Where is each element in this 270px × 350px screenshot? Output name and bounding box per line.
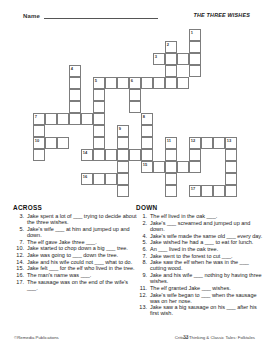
grid-cell[interactable]: 17 — [189, 185, 201, 197]
grid-cell[interactable] — [81, 113, 93, 125]
grid-cell[interactable]: 14 — [81, 149, 93, 161]
grid-cell[interactable] — [201, 137, 213, 149]
clue-item-number: 3. — [13, 213, 24, 225]
clue-item-number: 14. — [13, 259, 24, 265]
clue-item-text: Jake wished he had a ___ to eat for lunc… — [150, 239, 264, 245]
clue-item-text: Jake spent a lot of ___ trying to decide… — [27, 213, 137, 225]
clue-item-number: 2. — [136, 220, 147, 232]
grid-cell[interactable] — [141, 149, 153, 161]
grid-cell[interactable] — [93, 137, 105, 149]
clue-item-text: Jake and his wife could not ___ what to … — [27, 259, 137, 265]
name-label: Name — [23, 13, 40, 19]
across-clue-list: 3.Jake spent a lot of ___ trying to deci… — [13, 213, 137, 291]
grid-cell[interactable] — [165, 53, 177, 65]
grid-cell-number: 9 — [119, 126, 121, 131]
clue-item-text: Jake's ___ screamed and jumped up and do… — [150, 220, 264, 232]
down-clues-section: DOWN 1.The elf lived in the oak ___.2.Ja… — [136, 205, 264, 317]
clue-item-text: The sausage was on the end of the wife's… — [27, 279, 137, 291]
grid-cell[interactable] — [117, 161, 129, 173]
clue-item-text: The elf lived in the oak ___. — [150, 213, 264, 219]
grid-cell-number: 16 — [83, 174, 87, 179]
clue-item: 17.The sausage was on the end of the wif… — [13, 279, 137, 291]
clue-item-number: 15. — [13, 265, 24, 271]
clue-item: 3.Jake spent a lot of ___ trying to deci… — [13, 213, 137, 225]
clue-item-text: The elf gave Jake three ___. — [27, 239, 137, 245]
clue-item-number: 5. — [136, 239, 147, 245]
grid-cell[interactable] — [69, 101, 81, 113]
clue-item-text: Jake saw the elf when he was in the ___ … — [150, 259, 264, 271]
grid-cell[interactable] — [177, 77, 189, 89]
clue-item-number: 5. — [13, 226, 24, 238]
grid-cell[interactable] — [93, 101, 105, 113]
grid-cell-number: 1 — [191, 30, 193, 35]
clue-item-text: Jake saw a big sausage on his ___ after … — [150, 304, 264, 316]
grid-cell[interactable] — [117, 137, 129, 149]
clue-item: 7.Jake went to the forest to cut ___. — [136, 253, 264, 259]
grid-cell[interactable]: 1 — [189, 29, 201, 41]
down-heading: DOWN — [136, 205, 264, 211]
clue-item-text: Jake's wife began to ___ when the sausag… — [150, 292, 264, 304]
grid-cell[interactable] — [177, 161, 189, 173]
grid-cell[interactable] — [189, 53, 201, 65]
grid-cell[interactable] — [129, 89, 141, 101]
clue-item: 12.Jake was going to ___ down the tree. — [13, 252, 137, 258]
clue-item-number: 16. — [13, 272, 24, 278]
clue-item: 9.Jake and his wife ___ nothing by havin… — [136, 272, 264, 284]
grid-cell[interactable] — [105, 173, 117, 185]
grid-cell[interactable]: 10 — [33, 137, 45, 149]
grid-cell[interactable] — [189, 65, 201, 77]
clue-item-text: Jake's wife ___ at him and jumped up and… — [27, 226, 137, 238]
clue-item: 8.Jake saw the elf when he was in the __… — [136, 259, 264, 271]
grid-cell[interactable] — [33, 149, 45, 161]
grid-cell[interactable] — [165, 65, 177, 77]
grid-cell[interactable] — [225, 161, 237, 173]
grid-cell[interactable] — [93, 173, 105, 185]
worksheet-page: Name THE THREE WISHES 123456789101112131… — [0, 0, 270, 350]
grid-cell-number: 15 — [143, 162, 147, 167]
grid-cell[interactable] — [189, 161, 201, 173]
grid-cell[interactable] — [225, 149, 237, 161]
grid-cell[interactable]: 13 — [225, 137, 237, 149]
clue-item-text: Jake and his wife ___ nothing by having … — [150, 272, 264, 284]
clue-item-text: An ___ lived in the oak tree. — [150, 246, 264, 252]
grid-cell[interactable] — [93, 125, 105, 137]
grid-cell[interactable] — [129, 101, 141, 113]
grid-cell[interactable] — [105, 149, 117, 161]
grid-cell[interactable] — [117, 173, 129, 185]
grid-cell[interactable] — [189, 149, 201, 161]
clue-item-number: 1. — [136, 213, 147, 219]
across-heading: ACROSS — [13, 205, 137, 211]
clue-item: 4.Jake's wife made the same old ___ ever… — [136, 233, 264, 239]
grid-cell[interactable] — [93, 89, 105, 101]
grid-cell[interactable] — [45, 113, 57, 125]
clue-item-number: 6. — [136, 246, 147, 252]
clue-item-text: Jake felt ___ for the elf who lived in t… — [27, 265, 137, 271]
grid-cell[interactable]: 9 — [117, 125, 129, 137]
grid-cell[interactable] — [213, 137, 225, 149]
grid-cell[interactable]: 5 — [93, 77, 105, 89]
grid-cell[interactable]: 8 — [141, 113, 153, 125]
clue-item-number: 8. — [136, 259, 147, 271]
clue-item-number: 4. — [136, 233, 147, 239]
grid-cell[interactable] — [213, 185, 225, 197]
grid-cell-number: 17 — [191, 186, 195, 191]
grid-cell[interactable] — [141, 77, 153, 89]
clue-item-number: 12. — [13, 252, 24, 258]
clue-item: 13.Jake saw a big sausage on his ___ aft… — [136, 304, 264, 316]
grid-cell[interactable] — [45, 137, 57, 149]
grid-cell[interactable]: 7 — [33, 113, 45, 125]
crossword-grid: 1234567891011121314151617 — [33, 29, 237, 197]
clue-item-number: 7. — [136, 253, 147, 259]
clue-item: 2.Jake's ___ screamed and jumped up and … — [136, 220, 264, 232]
grid-cell-number: 3 — [155, 54, 157, 59]
grid-cell[interactable] — [141, 125, 153, 137]
page-title: THE THREE WISHES — [193, 12, 250, 18]
grid-cell[interactable] — [117, 185, 129, 197]
grid-cell[interactable] — [93, 149, 105, 161]
grid-cell[interactable] — [153, 161, 165, 173]
clue-item: 10.Jake started to chop down a big ___ t… — [13, 245, 137, 251]
clue-item-number: 17. — [13, 279, 24, 291]
clue-item: 1.The elf lived in the oak ___. — [136, 213, 264, 219]
clue-item-text: The man's name was ___. — [27, 272, 137, 278]
clue-item-text: Jake was going to ___ down the tree. — [27, 252, 137, 258]
grid-cell[interactable] — [165, 185, 177, 197]
grid-cell[interactable] — [165, 77, 177, 89]
clue-item: 5.Jake wished he had a ___ to eat for lu… — [136, 239, 264, 245]
grid-cell[interactable]: 16 — [81, 173, 93, 185]
clue-item-text: The elf granted Jake ___ wishes. — [150, 285, 264, 291]
grid-cell-number: 13 — [227, 138, 231, 143]
grid-cell[interactable] — [69, 89, 81, 101]
grid-cell[interactable] — [129, 149, 141, 161]
grid-cell[interactable] — [69, 113, 81, 125]
clue-item-number: 12. — [136, 292, 147, 304]
grid-cell-number: 12 — [191, 138, 195, 143]
clue-item-number: 9. — [136, 272, 147, 284]
clue-item-number: 13. — [136, 304, 147, 316]
across-clues-section: ACROSS 3.Jake spent a lot of ___ trying … — [13, 205, 137, 292]
clue-item-number: 10. — [13, 245, 24, 251]
clue-item: 15.Jake felt ___ for the elf who lived i… — [13, 265, 137, 271]
grid-cell[interactable]: 11 — [165, 137, 177, 149]
grid-cell[interactable] — [69, 77, 81, 89]
grid-cell-number: 8 — [143, 114, 145, 119]
down-clue-list: 1.The elf lived in the oak ___.2.Jake's … — [136, 213, 264, 316]
clue-item: 14.Jake and his wife could not ___ what … — [13, 259, 137, 265]
clue-item: 11.The elf granted Jake ___ wishes. — [136, 285, 264, 291]
grid-cell[interactable] — [105, 77, 117, 89]
footer-publisher: ©Remedia Publications — [14, 335, 59, 340]
name-row: Name — [23, 11, 158, 19]
clue-item: 7.The elf gave Jake three ___. — [13, 239, 137, 245]
grid-cell[interactable] — [153, 77, 165, 89]
grid-cell[interactable] — [117, 149, 129, 161]
grid-cell[interactable]: 2 — [165, 41, 177, 53]
clue-item: 16.The man's name was ___. — [13, 272, 137, 278]
grid-cell[interactable] — [57, 113, 69, 125]
footer-series-title: Critical Thinking & Classic Tales: Folkt… — [175, 335, 255, 340]
grid-cell[interactable] — [93, 113, 105, 125]
grid-cell-number: 4 — [71, 66, 73, 71]
clue-item-text: Jake went to the forest to cut ___. — [150, 253, 264, 259]
grid-cell[interactable] — [33, 125, 45, 137]
grid-cell[interactable] — [117, 77, 129, 89]
grid-cell-number: 14 — [83, 150, 87, 155]
grid-cell-number: 5 — [95, 78, 97, 83]
grid-cell[interactable] — [165, 173, 177, 185]
grid-cell[interactable] — [177, 53, 189, 65]
grid-cell[interactable] — [165, 161, 177, 173]
grid-cell[interactable]: 15 — [141, 161, 153, 173]
clue-item-text: Jake started to chop down a big ___ tree… — [27, 245, 137, 251]
grid-cell-number: 7 — [35, 114, 37, 119]
grid-cell[interactable] — [165, 149, 177, 161]
grid-cell[interactable]: 4 — [69, 65, 81, 77]
grid-cell-number: 6 — [131, 78, 133, 83]
grid-cell[interactable]: 3 — [153, 53, 165, 65]
grid-cell[interactable] — [201, 185, 213, 197]
grid-cell[interactable] — [225, 185, 237, 197]
grid-cell[interactable]: 6 — [129, 77, 141, 89]
clue-item: 5.Jake's wife ___ at him and jumped up a… — [13, 226, 137, 238]
grid-cell[interactable]: 12 — [189, 137, 201, 149]
name-blank-line[interactable] — [44, 11, 158, 19]
grid-cell-number: 11 — [167, 138, 171, 143]
clue-item-number: 7. — [13, 239, 24, 245]
grid-cell[interactable] — [225, 173, 237, 185]
grid-cell[interactable] — [189, 41, 201, 53]
clue-item-text: Jake's wife made the same old ___ every … — [150, 233, 264, 239]
clue-item: 6.An ___ lived in the oak tree. — [136, 246, 264, 252]
clue-item: 12.Jake's wife began to ___ when the sau… — [136, 292, 264, 304]
grid-cell-number: 10 — [35, 138, 39, 143]
grid-cell[interactable] — [57, 137, 69, 149]
clue-item-number: 11. — [136, 285, 147, 291]
grid-cell[interactable] — [141, 137, 153, 149]
grid-cell-number: 2 — [167, 42, 169, 47]
